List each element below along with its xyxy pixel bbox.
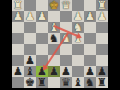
white-queen-d1[interactable]: ♛ (60, 0, 72, 11)
square-b4[interactable] (84, 33, 96, 44)
square-a3[interactable] (96, 22, 108, 33)
square-a4[interactable] (96, 33, 108, 44)
square-c4[interactable]: ♝ (72, 33, 84, 44)
square-b2[interactable]: ♟ (84, 11, 96, 22)
square-e1[interactable]: ♚ (48, 0, 60, 11)
square-a5[interactable] (96, 44, 108, 55)
square-f2[interactable]: ♟ (36, 11, 48, 22)
letterbox-bar-right (108, 0, 120, 90)
square-f3[interactable] (36, 22, 48, 33)
square-h5[interactable] (12, 44, 24, 55)
square-d4[interactable]: ♞ (60, 33, 72, 44)
square-e8[interactable] (48, 77, 60, 88)
square-g8[interactable]: ♚ (24, 77, 36, 88)
square-h4[interactable] (12, 33, 24, 44)
white-king-e1[interactable]: ♚ (48, 0, 60, 11)
square-d1[interactable]: ♛ (60, 0, 72, 11)
square-c6[interactable] (72, 55, 84, 66)
square-a2[interactable]: ♟ (96, 11, 108, 22)
square-e4[interactable]: ♞ (48, 33, 60, 44)
black-rook-f8[interactable]: ♜ (36, 77, 48, 88)
square-f4[interactable] (36, 33, 48, 44)
white-bishop-c4[interactable]: ♝ (72, 33, 84, 44)
square-h3[interactable] (12, 22, 24, 33)
white-pawn-h2[interactable]: ♟ (12, 11, 24, 22)
square-e7[interactable]: ♟ (48, 66, 60, 77)
square-d5[interactable] (60, 44, 72, 55)
square-b8[interactable]: ♞ (84, 77, 96, 88)
square-f8[interactable]: ♜ (36, 77, 48, 88)
square-h7[interactable]: ♟ (12, 66, 24, 77)
black-queen-d8[interactable]: ♛ (60, 77, 72, 88)
white-pawn-a2[interactable]: ♟ (96, 11, 108, 22)
square-c8[interactable]: ♝ (72, 77, 84, 88)
square-g2[interactable]: ♟ (24, 11, 36, 22)
white-knight-d4[interactable]: ♞ (60, 33, 72, 44)
square-f5[interactable] (36, 44, 48, 55)
square-a8[interactable]: ♜ (96, 77, 108, 88)
black-rook-a8[interactable]: ♜ (96, 77, 108, 88)
white-pawn-g2[interactable]: ♟ (24, 11, 36, 22)
square-d8[interactable]: ♛ (60, 77, 72, 88)
white-pawn-f2[interactable]: ♟ (36, 11, 48, 22)
black-pawn-e7[interactable]: ♟ (48, 66, 60, 77)
black-pawn-h7[interactable]: ♟ (12, 66, 24, 77)
chess-board[interactable]: ♜♚♛♜♟♟♟♟♟♟♝♞♞♞♝♟♟♝♟♟♟♟♟♚♜♛♝♞♜ (12, 0, 108, 88)
square-c5[interactable] (72, 44, 84, 55)
square-h2[interactable]: ♟ (12, 11, 24, 22)
black-king-g8[interactable]: ♚ (24, 77, 36, 88)
letterbox-bar-left (0, 0, 12, 90)
square-g4[interactable] (24, 33, 36, 44)
square-b3[interactable] (84, 22, 96, 33)
square-e5[interactable] (48, 44, 60, 55)
white-pawn-b2[interactable]: ♟ (84, 11, 96, 22)
square-d2[interactable] (60, 11, 72, 22)
black-knight-b8[interactable]: ♞ (84, 77, 96, 88)
square-g3[interactable] (24, 22, 36, 33)
video-thumbnail: ♜♚♛♜♟♟♟♟♟♟♝♞♞♞♝♟♟♝♟♟♟♟♟♚♜♛♝♞♜ (0, 0, 120, 90)
square-b5[interactable] (84, 44, 96, 55)
black-bishop-c8[interactable]: ♝ (72, 77, 84, 88)
black-knight-e4[interactable]: ♞ (48, 33, 60, 44)
letterbox-bar-bottom (0, 88, 120, 90)
square-h8[interactable] (12, 77, 24, 88)
